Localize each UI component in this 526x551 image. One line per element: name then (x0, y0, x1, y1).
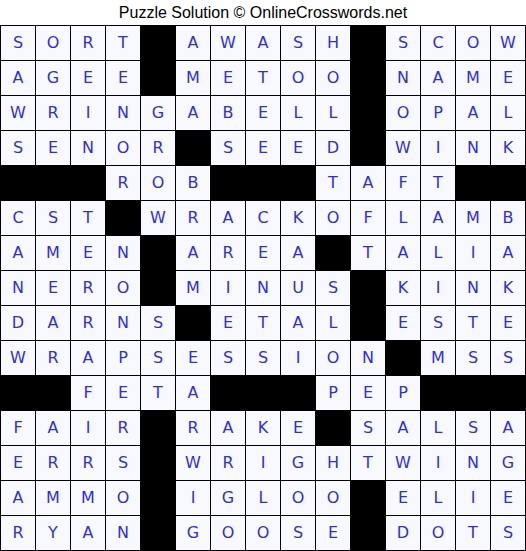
black-cell (141, 481, 175, 515)
grid-cell: R (106, 411, 140, 445)
grid-cell: L (316, 306, 350, 340)
black-cell (491, 166, 525, 200)
grid-cell: G (36, 61, 70, 95)
grid-cell: M (176, 61, 210, 95)
grid-cell: A (386, 411, 420, 445)
grid-cell: I (421, 271, 455, 305)
grid-cell: S (246, 341, 280, 375)
black-cell (36, 166, 70, 200)
black-cell (351, 271, 385, 305)
grid-cell: E (281, 131, 315, 165)
grid-cell: A (421, 201, 455, 235)
grid-cell: A (491, 236, 525, 270)
grid-cell: I (421, 446, 455, 480)
grid-cell: S (1, 131, 35, 165)
grid-cell: L (316, 96, 350, 130)
grid-cell: E (106, 376, 140, 410)
grid-cell: O (316, 341, 350, 375)
black-cell (281, 166, 315, 200)
grid-cell: A (1, 236, 35, 270)
grid-cell: I (456, 236, 490, 270)
grid-cell: E (386, 306, 420, 340)
grid-cell: E (71, 61, 105, 95)
grid-cell: G (176, 516, 210, 550)
grid-cell: E (211, 306, 245, 340)
grid-cell: P (421, 96, 455, 130)
grid-cell: O (246, 516, 280, 550)
grid-cell: O (316, 61, 350, 95)
grid-cell: S (36, 201, 70, 235)
black-cell (316, 411, 350, 445)
grid-cell: U (281, 271, 315, 305)
grid-cell: S (386, 26, 420, 60)
black-cell (351, 306, 385, 340)
grid-cell: C (1, 201, 35, 235)
grid-cell: I (281, 341, 315, 375)
black-cell (141, 446, 175, 480)
grid-cell: M (456, 201, 490, 235)
grid-cell: B (491, 201, 525, 235)
grid-cell: T (351, 446, 385, 480)
black-cell (141, 411, 175, 445)
grid-cell: F (351, 201, 385, 235)
grid-cell: I (71, 96, 105, 130)
grid-cell: G (491, 446, 525, 480)
black-cell (36, 376, 70, 410)
grid-cell: D (386, 516, 420, 550)
grid-cell: N (456, 131, 490, 165)
grid-cell: B (176, 166, 210, 200)
grid-cell: B (211, 96, 245, 130)
grid-cell: S (1, 26, 35, 60)
grid-cell: A (176, 236, 210, 270)
black-cell (141, 236, 175, 270)
black-cell (141, 26, 175, 60)
grid-cell: W (1, 96, 35, 130)
grid-cell: M (421, 341, 455, 375)
grid-cell: E (1, 446, 35, 480)
grid-cell: E (246, 96, 280, 130)
grid-cell: W (176, 446, 210, 480)
black-cell (141, 271, 175, 305)
grid-cell: W (141, 201, 175, 235)
grid-cell: L (421, 481, 455, 515)
grid-cell: S (491, 341, 525, 375)
grid-cell: N (71, 131, 105, 165)
grid-cell: E (491, 306, 525, 340)
black-cell (351, 96, 385, 130)
grid-cell: A (1, 481, 35, 515)
grid-cell: N (106, 516, 140, 550)
grid-cell: E (36, 131, 70, 165)
grid-cell: A (211, 411, 245, 445)
grid-cell: S (106, 446, 140, 480)
grid-cell: E (211, 61, 245, 95)
grid-cell: E (106, 61, 140, 95)
grid-cell: L (421, 236, 455, 270)
grid-cell: R (176, 201, 210, 235)
grid-cell: K (246, 411, 280, 445)
grid-cell: A (176, 376, 210, 410)
grid-cell: A (386, 236, 420, 270)
grid-cell: E (491, 61, 525, 95)
grid-cell: S (316, 271, 350, 305)
grid-cell: E (351, 376, 385, 410)
grid-cell: O (281, 481, 315, 515)
grid-cell: D (316, 131, 350, 165)
black-cell (421, 376, 455, 410)
black-cell (211, 166, 245, 200)
grid-cell: N (106, 96, 140, 130)
grid-cell: T (316, 166, 350, 200)
grid-cell: O (141, 166, 175, 200)
grid-cell: A (456, 96, 490, 130)
grid-cell: R (176, 411, 210, 445)
grid-cell: D (1, 306, 35, 340)
grid-cell: S (141, 341, 175, 375)
grid-cell: O (386, 96, 420, 130)
grid-cell: T (141, 376, 175, 410)
grid-cell: A (281, 306, 315, 340)
grid-cell: O (316, 201, 350, 235)
grid-cell: E (176, 341, 210, 375)
black-cell (386, 341, 420, 375)
grid-cell: S (491, 516, 525, 550)
grid-cell: I (71, 411, 105, 445)
grid-cell: R (141, 131, 175, 165)
grid-cell: E (246, 236, 280, 270)
grid-cell: I (246, 446, 280, 480)
grid-cell: W (491, 26, 525, 60)
grid-cell: K (281, 201, 315, 235)
grid-cell: A (176, 96, 210, 130)
grid-cell: M (36, 481, 70, 515)
black-cell (456, 166, 490, 200)
black-cell (281, 376, 315, 410)
grid-cell: S (281, 516, 315, 550)
grid-cell: G (281, 446, 315, 480)
grid-cell: T (421, 166, 455, 200)
grid-cell: R (36, 341, 70, 375)
grid-cell: E (36, 271, 70, 305)
grid-cell: W (1, 341, 35, 375)
grid-cell: A (246, 26, 280, 60)
grid-cell: T (456, 306, 490, 340)
grid-cell: E (246, 131, 280, 165)
black-cell (1, 166, 35, 200)
grid-cell: N (351, 341, 385, 375)
grid-cell: R (71, 446, 105, 480)
grid-cell: L (421, 411, 455, 445)
grid-cell: O (106, 271, 140, 305)
grid-cell: R (1, 516, 35, 550)
grid-cell: P (106, 341, 140, 375)
grid-cell: E (71, 236, 105, 270)
grid-cell: K (491, 271, 525, 305)
grid-cell: N (456, 446, 490, 480)
grid-cell: A (281, 236, 315, 270)
black-cell (491, 376, 525, 410)
black-cell (351, 516, 385, 550)
grid-cell: T (246, 306, 280, 340)
grid-cell: W (211, 26, 245, 60)
grid-cell: C (246, 201, 280, 235)
grid-cell: A (421, 61, 455, 95)
black-cell (141, 61, 175, 95)
grid-cell: F (386, 166, 420, 200)
grid-cell: A (71, 516, 105, 550)
grid-cell: E (281, 411, 315, 445)
grid-cell: M (36, 236, 70, 270)
black-cell (71, 166, 105, 200)
grid-cell: T (106, 26, 140, 60)
grid-cell: A (71, 341, 105, 375)
grid-cell: N (1, 271, 35, 305)
grid-cell: S (141, 306, 175, 340)
black-cell (211, 376, 245, 410)
grid-cell: A (211, 201, 245, 235)
grid-cell: S (351, 411, 385, 445)
black-cell (351, 131, 385, 165)
grid-cell: M (456, 61, 490, 95)
black-cell (246, 166, 280, 200)
grid-cell: O (316, 481, 350, 515)
grid-cell: O (421, 516, 455, 550)
grid-cell: R (36, 446, 70, 480)
grid-cell: E (491, 481, 525, 515)
black-cell (106, 201, 140, 235)
grid-cell: I (211, 271, 245, 305)
grid-cell: R (211, 236, 245, 270)
grid-cell: P (386, 376, 420, 410)
grid-cell: O (281, 61, 315, 95)
grid-cell: S (281, 26, 315, 60)
grid-cell: N (386, 61, 420, 95)
grid-cell: A (36, 411, 70, 445)
grid-cell: R (36, 96, 70, 130)
grid-cell: I (421, 131, 455, 165)
grid-cell: Y (36, 516, 70, 550)
grid-cell: S (421, 306, 455, 340)
grid-cell: I (176, 481, 210, 515)
grid-cell: S (456, 411, 490, 445)
grid-cell: E (386, 481, 420, 515)
grid-cell: A (36, 306, 70, 340)
grid-cell: A (176, 26, 210, 60)
grid-cell: N (106, 306, 140, 340)
grid-cell: R (106, 166, 140, 200)
black-cell (456, 376, 490, 410)
grid-cell: L (246, 481, 280, 515)
grid-cell: P (316, 376, 350, 410)
grid-cell: L (281, 96, 315, 130)
black-cell (1, 376, 35, 410)
grid-cell: N (246, 271, 280, 305)
page-title: Puzzle Solution © OnlineCrosswords.net (0, 0, 526, 25)
black-cell (176, 306, 210, 340)
black-cell (246, 376, 280, 410)
grid-cell: O (456, 26, 490, 60)
grid-cell: T (71, 201, 105, 235)
crossword-grid: SORTAWASHSCOWAGEEMETOONAMEWRINGABELLOPAL… (0, 25, 526, 551)
grid-cell: M (71, 481, 105, 515)
grid-cell: L (386, 201, 420, 235)
grid-cell: T (456, 516, 490, 550)
grid-cell: W (386, 131, 420, 165)
grid-cell: S (211, 131, 245, 165)
grid-cell: N (106, 236, 140, 270)
grid-cell: E (316, 516, 350, 550)
grid-cell: R (71, 271, 105, 305)
grid-cell: R (71, 306, 105, 340)
grid-cell: L (491, 96, 525, 130)
black-cell (316, 236, 350, 270)
grid-cell: K (491, 131, 525, 165)
grid-cell: I (456, 481, 490, 515)
grid-cell: H (316, 446, 350, 480)
black-cell (351, 26, 385, 60)
grid-cell: O (106, 481, 140, 515)
grid-cell: W (386, 446, 420, 480)
grid-cell: G (141, 96, 175, 130)
grid-cell: A (491, 411, 525, 445)
grid-cell: O (106, 131, 140, 165)
black-cell (176, 131, 210, 165)
grid-cell: M (176, 271, 210, 305)
grid-cell: A (351, 166, 385, 200)
grid-cell: K (386, 271, 420, 305)
grid-cell: R (211, 446, 245, 480)
grid-cell: T (351, 236, 385, 270)
black-cell (141, 516, 175, 550)
grid-cell: C (421, 26, 455, 60)
grid-cell: S (211, 341, 245, 375)
grid-cell: T (246, 61, 280, 95)
black-cell (351, 61, 385, 95)
grid-cell: O (36, 26, 70, 60)
grid-cell: H (316, 26, 350, 60)
grid-cell: G (211, 481, 245, 515)
grid-cell: S (456, 341, 490, 375)
grid-cell: F (1, 411, 35, 445)
grid-cell: O (211, 516, 245, 550)
grid-cell: R (71, 26, 105, 60)
grid-cell: N (456, 271, 490, 305)
grid-cell: F (71, 376, 105, 410)
grid-cell: A (1, 61, 35, 95)
black-cell (351, 481, 385, 515)
puzzle-solution-page: Puzzle Solution © OnlineCrosswords.net S… (0, 0, 526, 551)
